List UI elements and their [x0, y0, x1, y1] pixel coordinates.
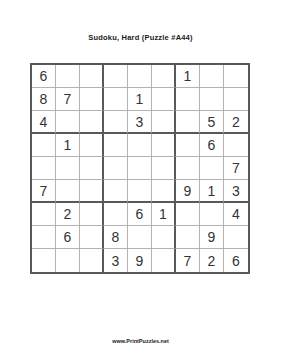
cell-r7c7	[176, 203, 200, 226]
cell-r3c7	[176, 111, 200, 134]
cell-r3c2	[56, 111, 80, 134]
cell-r6c7: 9	[176, 180, 200, 203]
cell-r7c8	[200, 203, 224, 226]
cell-r5c1	[32, 157, 56, 180]
cell-r6c8: 1	[200, 180, 224, 203]
cell-r5c3	[80, 157, 104, 180]
cell-r2c9	[224, 88, 248, 111]
cell-r6c4	[104, 180, 128, 203]
cell-r2c3	[80, 88, 104, 111]
cell-r2c4	[104, 88, 128, 111]
cell-r7c9: 4	[224, 203, 248, 226]
puzzle-page: Sudoku, Hard (Puzzle #A44) 6187143521677…	[0, 0, 281, 363]
cell-r6c9: 3	[224, 180, 248, 203]
cell-r1c9	[224, 65, 248, 88]
cell-r7c2: 2	[56, 203, 80, 226]
cell-r1c8	[200, 65, 224, 88]
cell-r5c5	[128, 157, 152, 180]
cell-r8c4: 8	[104, 226, 128, 249]
cell-r4c3	[80, 134, 104, 157]
cell-r6c1: 7	[32, 180, 56, 203]
cell-r4c7	[176, 134, 200, 157]
cell-r9c9: 6	[224, 249, 248, 272]
cell-r5c6	[152, 157, 176, 180]
cell-r9c2	[56, 249, 80, 272]
cell-r2c2: 7	[56, 88, 80, 111]
cell-r3c4	[104, 111, 128, 134]
cell-r3c8: 5	[200, 111, 224, 134]
cell-r3c9: 2	[224, 111, 248, 134]
cell-r7c6: 1	[152, 203, 176, 226]
cell-r3c1: 4	[32, 111, 56, 134]
cell-r6c3	[80, 180, 104, 203]
cell-r8c7	[176, 226, 200, 249]
cell-r7c3	[80, 203, 104, 226]
cell-r1c7: 1	[176, 65, 200, 88]
cell-r9c8: 2	[200, 249, 224, 272]
cell-r6c6	[152, 180, 176, 203]
cell-r1c1: 6	[32, 65, 56, 88]
cell-r1c6	[152, 65, 176, 88]
cell-r9c5: 9	[128, 249, 152, 272]
sudoku-board: 6187143521677913261468939726	[30, 63, 250, 274]
cell-r5c8	[200, 157, 224, 180]
cell-r4c5	[128, 134, 152, 157]
cell-r1c2	[56, 65, 80, 88]
cell-r4c1	[32, 134, 56, 157]
cell-r4c9	[224, 134, 248, 157]
cell-r2c8	[200, 88, 224, 111]
cell-r3c5: 3	[128, 111, 152, 134]
puzzle-title: Sudoku, Hard (Puzzle #A44)	[0, 33, 281, 42]
cell-r9c4: 3	[104, 249, 128, 272]
cell-r9c7: 7	[176, 249, 200, 272]
cell-r4c2: 1	[56, 134, 80, 157]
cell-r7c5: 6	[128, 203, 152, 226]
cell-r8c9	[224, 226, 248, 249]
cell-r9c1	[32, 249, 56, 272]
cell-r4c8: 6	[200, 134, 224, 157]
cell-r8c1	[32, 226, 56, 249]
cell-r7c1	[32, 203, 56, 226]
cell-r8c5	[128, 226, 152, 249]
cell-r6c2	[56, 180, 80, 203]
footer-url: www.PrintPuzzles.net	[0, 338, 281, 344]
cell-r2c7	[176, 88, 200, 111]
cell-r1c5	[128, 65, 152, 88]
cell-r5c2	[56, 157, 80, 180]
cell-r1c3	[80, 65, 104, 88]
cell-r7c4	[104, 203, 128, 226]
cell-r4c4	[104, 134, 128, 157]
cell-r8c2: 6	[56, 226, 80, 249]
cell-r8c3	[80, 226, 104, 249]
cell-r5c4	[104, 157, 128, 180]
cell-r9c3	[80, 249, 104, 272]
cell-r8c6	[152, 226, 176, 249]
cell-r5c7	[176, 157, 200, 180]
cell-r4c6	[152, 134, 176, 157]
cell-r2c6	[152, 88, 176, 111]
cell-r2c1: 8	[32, 88, 56, 111]
cell-r3c6	[152, 111, 176, 134]
cell-r8c8: 9	[200, 226, 224, 249]
cell-r1c4	[104, 65, 128, 88]
cell-r6c5	[128, 180, 152, 203]
cell-r2c5: 1	[128, 88, 152, 111]
cell-r5c9: 7	[224, 157, 248, 180]
cell-r3c3	[80, 111, 104, 134]
cell-r9c6	[152, 249, 176, 272]
